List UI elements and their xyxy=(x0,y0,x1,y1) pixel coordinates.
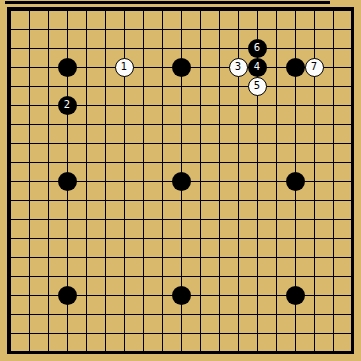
stone-black-D14-move-2: 2 xyxy=(58,96,77,115)
move-number: 5 xyxy=(254,81,260,91)
stones-layer: 1234567 xyxy=(1,1,361,361)
stone-black-O16-move-4: 4 xyxy=(248,58,267,77)
stone-black-K16 xyxy=(172,58,191,77)
stone-white-O15-move-5: 5 xyxy=(248,77,267,96)
stone-white-R16-move-7: 7 xyxy=(305,58,324,77)
stone-white-G16-move-1: 1 xyxy=(115,58,134,77)
stone-black-K10 xyxy=(172,172,191,191)
move-number: 2 xyxy=(64,100,70,110)
stone-black-D16 xyxy=(58,58,77,77)
stone-black-Q4 xyxy=(286,286,305,305)
stone-black-K4 xyxy=(172,286,191,305)
move-number: 4 xyxy=(254,62,260,72)
stone-white-N16-move-3: 3 xyxy=(229,58,248,77)
stone-black-D4 xyxy=(58,286,77,305)
move-number: 6 xyxy=(254,43,260,53)
stone-black-D10 xyxy=(58,172,77,191)
go-board-diagram: 1234567 xyxy=(0,0,361,361)
stone-black-Q16 xyxy=(286,58,305,77)
move-number: 7 xyxy=(311,62,317,72)
stone-black-O17-move-6: 6 xyxy=(248,39,267,58)
stone-black-Q10 xyxy=(286,172,305,191)
move-number: 3 xyxy=(235,62,241,72)
move-number: 1 xyxy=(121,62,127,72)
